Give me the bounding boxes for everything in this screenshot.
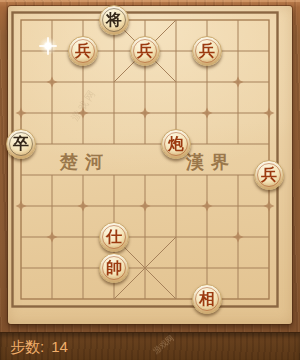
piece-red-general[interactable]: 帥 <box>99 253 129 283</box>
piece-red-advisor[interactable]: 仕 <box>99 222 129 252</box>
app-window: 楚河 漢界 游戏网 将兵兵兵卒炮兵仕帥相 步数:14 游戏网 <box>0 0 300 360</box>
piece-red-soldier-1[interactable]: 兵 <box>68 36 98 66</box>
piece-label: 兵 <box>137 43 153 59</box>
piece-red-cannon[interactable]: 炮 <box>161 129 191 159</box>
piece-label: 兵 <box>199 43 215 59</box>
piece-label: 卒 <box>13 136 29 152</box>
piece-label: 帥 <box>106 260 122 276</box>
piece-black-soldier[interactable]: 卒 <box>6 129 36 159</box>
sparkle-icon <box>38 36 58 56</box>
watermark-bar: 游戏网 <box>146 327 182 360</box>
piece-label: 兵 <box>75 43 91 59</box>
piece-label: 相 <box>199 291 215 307</box>
piece-label: 将 <box>106 12 122 28</box>
piece-label: 仕 <box>106 229 122 245</box>
piece-black-general[interactable]: 将 <box>99 5 129 35</box>
piece-label: 炮 <box>168 136 184 152</box>
steps-value: 14 <box>51 338 68 355</box>
piece-red-soldier-4[interactable]: 兵 <box>254 160 284 190</box>
piece-red-soldier-3[interactable]: 兵 <box>192 36 222 66</box>
piece-layer: 将兵兵兵卒炮兵仕帥相 <box>6 5 285 315</box>
piece-red-elephant[interactable]: 相 <box>192 284 222 314</box>
piece-label: 兵 <box>261 167 277 183</box>
status-bar: 步数:14 游戏网 <box>0 332 300 360</box>
sparkle-effect <box>38 36 58 56</box>
piece-red-soldier-2[interactable]: 兵 <box>130 36 160 66</box>
xiangqi-board[interactable]: 楚河 漢界 游戏网 将兵兵兵卒炮兵仕帥相 <box>8 6 292 324</box>
steps-label: 步数: <box>10 338 44 355</box>
